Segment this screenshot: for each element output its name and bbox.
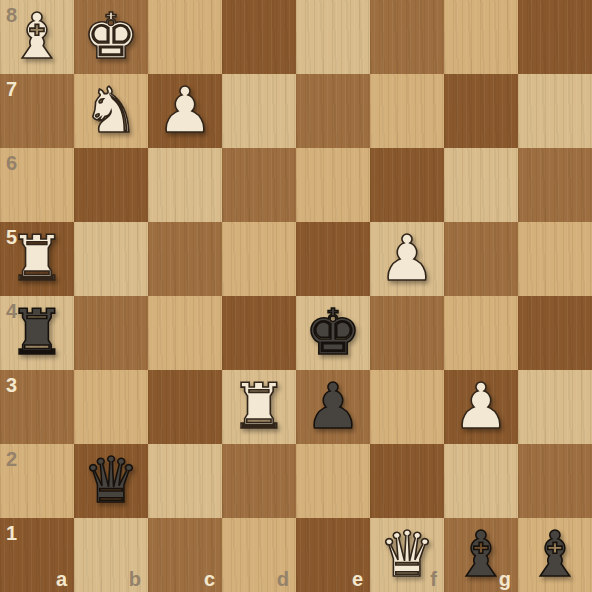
piece-black-bishop[interactable]: ♝ xyxy=(518,518,592,592)
piece-black-rook[interactable]: ♜ xyxy=(0,296,74,370)
square-h3[interactable] xyxy=(518,370,592,444)
square-b4[interactable] xyxy=(74,296,148,370)
square-a2[interactable]: 2 xyxy=(0,444,74,518)
square-a6[interactable]: 6 xyxy=(0,148,74,222)
square-b5[interactable] xyxy=(74,222,148,296)
square-g8[interactable] xyxy=(444,0,518,74)
square-g7[interactable] xyxy=(444,74,518,148)
square-g6[interactable] xyxy=(444,148,518,222)
piece-white-queen[interactable]: ♛ xyxy=(370,518,444,592)
square-f3[interactable] xyxy=(370,370,444,444)
square-d6[interactable] xyxy=(222,148,296,222)
chess-board: 8♝♚7♞♟65♜♟4♜♚3♜♟♟2♛1abcdef♛g♝♝ xyxy=(0,0,592,592)
file-label-e: e xyxy=(352,569,363,589)
piece-black-pawn[interactable]: ♟ xyxy=(296,370,370,444)
square-g4[interactable] xyxy=(444,296,518,370)
square-g3[interactable]: ♟ xyxy=(444,370,518,444)
square-h6[interactable] xyxy=(518,148,592,222)
square-c1[interactable]: c xyxy=(148,518,222,592)
square-f2[interactable] xyxy=(370,444,444,518)
square-f4[interactable] xyxy=(370,296,444,370)
square-e5[interactable] xyxy=(296,222,370,296)
file-label-c: c xyxy=(204,569,215,589)
rank-label-2: 2 xyxy=(6,449,17,469)
file-label-b: b xyxy=(129,569,141,589)
piece-black-queen[interactable]: ♛ xyxy=(74,444,148,518)
square-c7[interactable]: ♟ xyxy=(148,74,222,148)
piece-white-bishop[interactable]: ♝ xyxy=(0,0,74,74)
square-a1[interactable]: 1a xyxy=(0,518,74,592)
square-g1[interactable]: g♝ xyxy=(444,518,518,592)
square-b3[interactable] xyxy=(74,370,148,444)
square-h4[interactable] xyxy=(518,296,592,370)
square-b7[interactable]: ♞ xyxy=(74,74,148,148)
square-e2[interactable] xyxy=(296,444,370,518)
square-c5[interactable] xyxy=(148,222,222,296)
square-f8[interactable] xyxy=(370,0,444,74)
piece-white-knight[interactable]: ♞ xyxy=(74,74,148,148)
square-e7[interactable] xyxy=(296,74,370,148)
square-c2[interactable] xyxy=(148,444,222,518)
file-label-d: d xyxy=(277,569,289,589)
square-e3[interactable]: ♟ xyxy=(296,370,370,444)
square-e8[interactable] xyxy=(296,0,370,74)
piece-white-pawn[interactable]: ♟ xyxy=(148,74,222,148)
square-f7[interactable] xyxy=(370,74,444,148)
rank-label-6: 6 xyxy=(6,153,17,173)
square-c8[interactable] xyxy=(148,0,222,74)
square-g2[interactable] xyxy=(444,444,518,518)
piece-white-rook[interactable]: ♜ xyxy=(0,222,74,296)
square-a5[interactable]: 5♜ xyxy=(0,222,74,296)
square-f6[interactable] xyxy=(370,148,444,222)
piece-white-king[interactable]: ♚ xyxy=(74,0,148,74)
square-d1[interactable]: d xyxy=(222,518,296,592)
square-b6[interactable] xyxy=(74,148,148,222)
square-h1[interactable]: ♝ xyxy=(518,518,592,592)
square-d7[interactable] xyxy=(222,74,296,148)
piece-black-bishop[interactable]: ♝ xyxy=(444,518,518,592)
square-f1[interactable]: f♛ xyxy=(370,518,444,592)
file-label-a: a xyxy=(56,569,67,589)
piece-black-king[interactable]: ♚ xyxy=(296,296,370,370)
square-h2[interactable] xyxy=(518,444,592,518)
square-a8[interactable]: 8♝ xyxy=(0,0,74,74)
square-d5[interactable] xyxy=(222,222,296,296)
square-f5[interactable]: ♟ xyxy=(370,222,444,296)
rank-label-1: 1 xyxy=(6,523,17,543)
square-c3[interactable] xyxy=(148,370,222,444)
square-a3[interactable]: 3 xyxy=(0,370,74,444)
square-d8[interactable] xyxy=(222,0,296,74)
square-a7[interactable]: 7 xyxy=(0,74,74,148)
piece-white-pawn[interactable]: ♟ xyxy=(444,370,518,444)
square-b1[interactable]: b xyxy=(74,518,148,592)
piece-white-pawn[interactable]: ♟ xyxy=(370,222,444,296)
square-a4[interactable]: 4♜ xyxy=(0,296,74,370)
square-g5[interactable] xyxy=(444,222,518,296)
square-e4[interactable]: ♚ xyxy=(296,296,370,370)
square-d3[interactable]: ♜ xyxy=(222,370,296,444)
square-c4[interactable] xyxy=(148,296,222,370)
square-h5[interactable] xyxy=(518,222,592,296)
square-d4[interactable] xyxy=(222,296,296,370)
square-c6[interactable] xyxy=(148,148,222,222)
square-h7[interactable] xyxy=(518,74,592,148)
square-b8[interactable]: ♚ xyxy=(74,0,148,74)
piece-white-rook[interactable]: ♜ xyxy=(222,370,296,444)
rank-label-3: 3 xyxy=(6,375,17,395)
square-e1[interactable]: e xyxy=(296,518,370,592)
square-h8[interactable] xyxy=(518,0,592,74)
square-b2[interactable]: ♛ xyxy=(74,444,148,518)
square-d2[interactable] xyxy=(222,444,296,518)
square-e6[interactable] xyxy=(296,148,370,222)
rank-label-7: 7 xyxy=(6,79,17,99)
